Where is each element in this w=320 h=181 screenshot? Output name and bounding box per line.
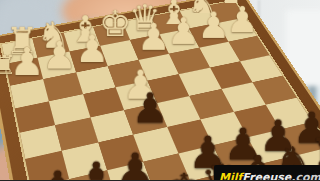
offboard-piece: ♜	[0, 52, 16, 78]
piece-bP[interactable]: ♟	[76, 156, 115, 180]
piece-wP[interactable]: ♟	[197, 7, 228, 43]
watermark-part3: .com	[291, 172, 320, 181]
piece-bP[interactable]: ♟	[37, 165, 77, 180]
piece-wP[interactable]: ♟	[167, 12, 198, 49]
watermark-part2: Freeuse	[242, 172, 291, 181]
square[interactable]: ♟	[31, 179, 77, 180]
square[interactable]	[252, 76, 297, 105]
piece-wP[interactable]: ♟	[226, 1, 257, 37]
piece-wP[interactable]: ♟	[75, 30, 107, 68]
watermark-part1: Milf	[219, 172, 242, 181]
board-scene: ♜♞♝♚♛♝♞♜♟♟♟♟♟♟♟♟♟♟♟♟♟♟♟♟♜♞♝♚♛♝♞♜	[0, 0, 320, 180]
chess-board: ♜♞♝♚♛♝♞♜♟♟♟♟♟♟♟♟♟♟♟♟♟♟♟♟♜♞♝♚♛♝♞♜	[0, 0, 320, 180]
square[interactable]	[76, 66, 116, 94]
piece-wP[interactable]: ♟	[137, 18, 169, 55]
video-frame: ♜♞♝♚♛♝♞♜♟♟♟♟♟♟♟♟♟♟♟♟♟♟♟♟♜♞♝♚♛♝♞♜ ♜ Milf …	[0, 0, 320, 180]
piece-wP[interactable]: ♟	[43, 36, 76, 74]
piece-bK[interactable]: ♚	[163, 167, 203, 180]
piece-bB[interactable]: ♝	[124, 176, 165, 180]
chess-board-frame: ♜♞♝♚♛♝♞♜♟♟♟♟♟♟♟♟♟♟♟♟♟♟♟♟♜♞♝♚♛♝♞♜	[0, 0, 320, 180]
square[interactable]	[15, 101, 55, 133]
piece-bP[interactable]: ♟	[131, 87, 167, 129]
square[interactable]	[189, 89, 233, 119]
watermark: Milf Freeuse .com	[214, 165, 320, 180]
